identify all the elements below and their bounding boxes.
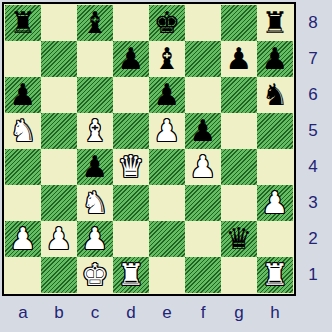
chess-board-frame: ♜♝♚♜♟♝♟♟♟♟♞♞♝♟♟♟♛♟♞♟♟♟♟♛♚♜♜: [2, 2, 296, 296]
rank-label-6: 6: [298, 77, 328, 113]
rank-label-4: 4: [298, 149, 328, 185]
square-b5[interactable]: [41, 113, 77, 149]
white-knight-a5[interactable]: ♞: [10, 113, 37, 149]
square-a1[interactable]: [5, 257, 41, 293]
square-f6[interactable]: [185, 77, 221, 113]
white-pawn-b2[interactable]: ♟: [46, 221, 73, 257]
square-g2[interactable]: ♛: [221, 221, 257, 257]
black-rook-a8[interactable]: ♜: [10, 5, 37, 41]
white-queen-d4[interactable]: ♛: [118, 149, 145, 185]
file-label-a: a: [5, 298, 41, 328]
rank-label-5: 5: [298, 113, 328, 149]
square-d5[interactable]: [113, 113, 149, 149]
square-g4[interactable]: [221, 149, 257, 185]
white-pawn-c2[interactable]: ♟: [82, 221, 109, 257]
black-bishop-c8[interactable]: ♝: [82, 5, 109, 41]
square-f4[interactable]: ♟: [185, 149, 221, 185]
file-label-d: d: [113, 298, 149, 328]
square-g5[interactable]: [221, 113, 257, 149]
black-pawn-f5[interactable]: ♟: [190, 113, 217, 149]
square-a5[interactable]: ♞: [5, 113, 41, 149]
square-g3[interactable]: [221, 185, 257, 221]
white-pawn-a2[interactable]: ♟: [10, 221, 37, 257]
square-d7[interactable]: ♟: [113, 41, 149, 77]
black-pawn-c4[interactable]: ♟: [82, 149, 109, 185]
square-f1[interactable]: [185, 257, 221, 293]
square-g1[interactable]: [221, 257, 257, 293]
square-b7[interactable]: [41, 41, 77, 77]
file-label-c: c: [77, 298, 113, 328]
square-e5[interactable]: ♟: [149, 113, 185, 149]
white-rook-d1[interactable]: ♜: [118, 257, 145, 293]
square-e4[interactable]: [149, 149, 185, 185]
black-king-e8[interactable]: ♚: [154, 5, 181, 41]
square-b8[interactable]: [41, 5, 77, 41]
black-queen-g2[interactable]: ♛: [226, 221, 253, 257]
file-label-g: g: [221, 298, 257, 328]
black-pawn-d7[interactable]: ♟: [118, 41, 145, 77]
file-labels: abcdefgh: [5, 298, 293, 328]
square-f7[interactable]: [185, 41, 221, 77]
square-d6[interactable]: [113, 77, 149, 113]
white-pawn-e5[interactable]: ♟: [154, 113, 181, 149]
square-h2[interactable]: [257, 221, 293, 257]
black-pawn-e6[interactable]: ♟: [154, 77, 181, 113]
file-label-b: b: [41, 298, 77, 328]
square-a2[interactable]: ♟: [5, 221, 41, 257]
file-label-f: f: [185, 298, 221, 328]
square-f3[interactable]: [185, 185, 221, 221]
square-h6[interactable]: ♞: [257, 77, 293, 113]
square-c6[interactable]: [77, 77, 113, 113]
square-c3[interactable]: ♞: [77, 185, 113, 221]
square-c7[interactable]: [77, 41, 113, 77]
rank-label-3: 3: [298, 185, 328, 221]
square-e1[interactable]: [149, 257, 185, 293]
white-bishop-c5[interactable]: ♝: [82, 113, 109, 149]
square-d4[interactable]: ♛: [113, 149, 149, 185]
chess-diagram-page: ♜♝♚♜♟♝♟♟♟♟♞♞♝♟♟♟♛♟♞♟♟♟♟♛♚♜♜ 87654321 abc…: [0, 0, 332, 332]
square-c4[interactable]: ♟: [77, 149, 113, 185]
square-g8[interactable]: [221, 5, 257, 41]
square-f8[interactable]: [185, 5, 221, 41]
square-d2[interactable]: [113, 221, 149, 257]
square-a7[interactable]: [5, 41, 41, 77]
square-g6[interactable]: [221, 77, 257, 113]
square-g7[interactable]: ♟: [221, 41, 257, 77]
black-bishop-e7[interactable]: ♝: [154, 41, 181, 77]
rank-label-1: 1: [298, 257, 328, 293]
square-e3[interactable]: [149, 185, 185, 221]
black-rook-h8[interactable]: ♜: [262, 5, 289, 41]
white-rook-h1[interactable]: ♜: [262, 257, 289, 293]
square-e2[interactable]: [149, 221, 185, 257]
square-c1[interactable]: ♚: [77, 257, 113, 293]
square-b3[interactable]: [41, 185, 77, 221]
square-h7[interactable]: ♟: [257, 41, 293, 77]
square-a8[interactable]: ♜: [5, 5, 41, 41]
square-a4[interactable]: [5, 149, 41, 185]
square-c5[interactable]: ♝: [77, 113, 113, 149]
rank-labels: 87654321: [298, 5, 328, 293]
square-h4[interactable]: [257, 149, 293, 185]
rank-label-8: 8: [298, 5, 328, 41]
square-b4[interactable]: [41, 149, 77, 185]
white-pawn-f4[interactable]: ♟: [190, 149, 217, 185]
square-a3[interactable]: [5, 185, 41, 221]
square-d1[interactable]: ♜: [113, 257, 149, 293]
black-pawn-h7[interactable]: ♟: [262, 41, 289, 77]
square-e6[interactable]: ♟: [149, 77, 185, 113]
square-f5[interactable]: ♟: [185, 113, 221, 149]
white-knight-c3[interactable]: ♞: [82, 185, 109, 221]
square-h5[interactable]: [257, 113, 293, 149]
rank-label-7: 7: [298, 41, 328, 77]
square-c8[interactable]: ♝: [77, 5, 113, 41]
square-c2[interactable]: ♟: [77, 221, 113, 257]
chess-board: ♜♝♚♜♟♝♟♟♟♟♞♞♝♟♟♟♛♟♞♟♟♟♟♛♚♜♜: [5, 5, 293, 293]
white-pawn-h3[interactable]: ♟: [262, 185, 289, 221]
square-h1[interactable]: ♜: [257, 257, 293, 293]
square-e7[interactable]: ♝: [149, 41, 185, 77]
square-h3[interactable]: ♟: [257, 185, 293, 221]
black-pawn-g7[interactable]: ♟: [226, 41, 253, 77]
square-h8[interactable]: ♜: [257, 5, 293, 41]
square-f2[interactable]: [185, 221, 221, 257]
file-label-h: h: [257, 298, 293, 328]
square-d8[interactable]: [113, 5, 149, 41]
square-a6[interactable]: ♟: [5, 77, 41, 113]
file-label-e: e: [149, 298, 185, 328]
black-pawn-a6[interactable]: ♟: [10, 77, 37, 113]
black-knight-h6[interactable]: ♞: [262, 77, 289, 113]
square-b2[interactable]: ♟: [41, 221, 77, 257]
square-e8[interactable]: ♚: [149, 5, 185, 41]
white-king-c1[interactable]: ♚: [82, 257, 109, 293]
square-b1[interactable]: [41, 257, 77, 293]
square-d3[interactable]: [113, 185, 149, 221]
rank-label-2: 2: [298, 221, 328, 257]
square-b6[interactable]: [41, 77, 77, 113]
